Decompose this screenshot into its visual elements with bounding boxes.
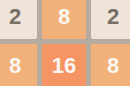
tile-grid[interactable]: 2 8 2 8 16 8 [0, 0, 130, 86]
tile-8: 8 [0, 44, 37, 86]
2048-board-crop: 2 8 2 8 16 8 [0, 0, 130, 86]
tile-8: 8 [42, 0, 86, 39]
tile-2: 2 [0, 0, 37, 39]
tile-8: 8 [91, 44, 130, 86]
tile-16: 16 [42, 44, 86, 86]
tile-2: 2 [91, 0, 130, 39]
